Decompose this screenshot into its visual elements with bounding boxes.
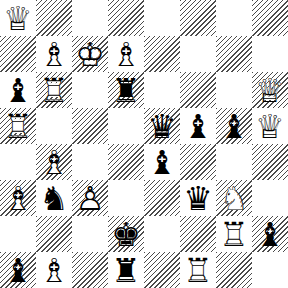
square-c2[interactable]: [72, 216, 108, 252]
white-queen-piece[interactable]: ♕: [252, 108, 288, 144]
white-bishop-piece[interactable]: ♗: [108, 36, 144, 72]
square-f8[interactable]: [180, 0, 216, 36]
square-c1[interactable]: [72, 252, 108, 288]
square-b6[interactable]: ♜♖: [36, 72, 72, 108]
square-g2[interactable]: ♜♖: [216, 216, 252, 252]
square-e8[interactable]: [144, 0, 180, 36]
square-h1[interactable]: [252, 252, 288, 288]
square-c3[interactable]: ♟♙: [72, 180, 108, 216]
black-bishop-piece[interactable]: ♝: [0, 72, 36, 108]
black-rook-piece[interactable]: ♜: [108, 252, 144, 288]
chess-board: ♛♕♝♗♚♔♝♗♝♝♜♖♜♜♛♕♜♖♛♛♝♝♝♝♛♕♝♗♝♝♝♗♞♞♟♙♛♛♞♘…: [0, 0, 288, 288]
square-d5[interactable]: [108, 108, 144, 144]
square-b5[interactable]: [36, 108, 72, 144]
square-b1[interactable]: ♝♗: [36, 252, 72, 288]
square-d7[interactable]: ♝♗: [108, 36, 144, 72]
square-a8[interactable]: ♛♕: [0, 0, 36, 36]
white-queen-piece[interactable]: ♕: [0, 0, 36, 36]
square-d6[interactable]: ♜♜: [108, 72, 144, 108]
square-c5[interactable]: [72, 108, 108, 144]
white-bishop-piece[interactable]: ♗: [36, 252, 72, 288]
white-bishop-piece[interactable]: ♗: [36, 36, 72, 72]
black-bishop-piece[interactable]: ♝: [216, 108, 252, 144]
black-bishop-piece[interactable]: ♝: [144, 144, 180, 180]
black-bishop-piece[interactable]: ♝: [252, 216, 288, 252]
square-f7[interactable]: [180, 36, 216, 72]
white-king-piece[interactable]: ♔: [72, 36, 108, 72]
square-d4[interactable]: [108, 144, 144, 180]
square-d2[interactable]: ♚♚: [108, 216, 144, 252]
square-g5[interactable]: ♝♝: [216, 108, 252, 144]
square-b3[interactable]: ♞♞: [36, 180, 72, 216]
square-f3[interactable]: ♛♛: [180, 180, 216, 216]
square-g8[interactable]: [216, 0, 252, 36]
black-queen-piece[interactable]: ♛: [180, 180, 216, 216]
square-g1[interactable]: [216, 252, 252, 288]
square-a1[interactable]: ♝♝: [0, 252, 36, 288]
square-e1[interactable]: [144, 252, 180, 288]
square-a2[interactable]: [0, 216, 36, 252]
square-e2[interactable]: [144, 216, 180, 252]
square-b4[interactable]: ♝♗: [36, 144, 72, 180]
white-rook-piece[interactable]: ♖: [0, 108, 36, 144]
square-d3[interactable]: [108, 180, 144, 216]
black-bishop-piece[interactable]: ♝: [0, 252, 36, 288]
square-g4[interactable]: [216, 144, 252, 180]
square-e3[interactable]: [144, 180, 180, 216]
square-a5[interactable]: ♜♖: [0, 108, 36, 144]
square-c6[interactable]: [72, 72, 108, 108]
square-d8[interactable]: [108, 0, 144, 36]
square-f4[interactable]: [180, 144, 216, 180]
square-g6[interactable]: [216, 72, 252, 108]
square-d1[interactable]: ♜♜: [108, 252, 144, 288]
square-f1[interactable]: ♜♖: [180, 252, 216, 288]
square-h7[interactable]: [252, 36, 288, 72]
square-c7[interactable]: ♚♔: [72, 36, 108, 72]
square-h8[interactable]: [252, 0, 288, 36]
white-rook-piece[interactable]: ♖: [180, 252, 216, 288]
black-bishop-piece[interactable]: ♝: [180, 108, 216, 144]
black-king-piece[interactable]: ♚: [108, 216, 144, 252]
square-e6[interactable]: [144, 72, 180, 108]
black-queen-piece[interactable]: ♛: [144, 108, 180, 144]
white-knight-piece[interactable]: ♘: [216, 180, 252, 216]
square-f6[interactable]: [180, 72, 216, 108]
black-knight-piece[interactable]: ♞: [36, 180, 72, 216]
square-g3[interactable]: ♞♘: [216, 180, 252, 216]
white-bishop-piece[interactable]: ♗: [36, 144, 72, 180]
square-e5[interactable]: ♛♛: [144, 108, 180, 144]
square-h4[interactable]: [252, 144, 288, 180]
square-h2[interactable]: ♝♝: [252, 216, 288, 252]
square-b7[interactable]: ♝♗: [36, 36, 72, 72]
square-b2[interactable]: [36, 216, 72, 252]
square-f5[interactable]: ♝♝: [180, 108, 216, 144]
white-queen-piece[interactable]: ♕: [252, 72, 288, 108]
square-c8[interactable]: [72, 0, 108, 36]
square-h3[interactable]: [252, 180, 288, 216]
black-rook-piece[interactable]: ♜: [108, 72, 144, 108]
white-bishop-piece[interactable]: ♗: [0, 180, 36, 216]
white-rook-piece[interactable]: ♖: [216, 216, 252, 252]
square-c4[interactable]: [72, 144, 108, 180]
square-b8[interactable]: [36, 0, 72, 36]
square-h6[interactable]: ♛♕: [252, 72, 288, 108]
square-a7[interactable]: [0, 36, 36, 72]
square-f2[interactable]: [180, 216, 216, 252]
square-a4[interactable]: [0, 144, 36, 180]
white-rook-piece[interactable]: ♖: [36, 72, 72, 108]
square-a3[interactable]: ♝♗: [0, 180, 36, 216]
square-e7[interactable]: [144, 36, 180, 72]
square-g7[interactable]: [216, 36, 252, 72]
white-pawn-piece[interactable]: ♙: [72, 180, 108, 216]
square-e4[interactable]: ♝♝: [144, 144, 180, 180]
square-a6[interactable]: ♝♝: [0, 72, 36, 108]
square-h5[interactable]: ♛♕: [252, 108, 288, 144]
